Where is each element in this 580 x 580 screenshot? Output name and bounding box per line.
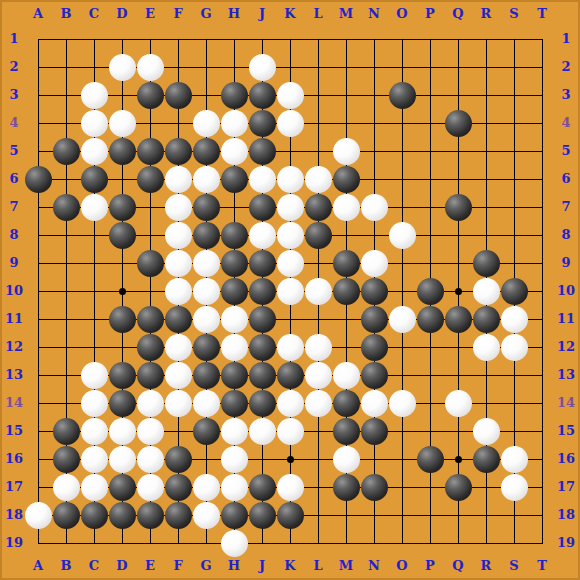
stone-black[interactable]	[305, 222, 332, 249]
stone-white[interactable]	[25, 502, 52, 529]
board-intersection[interactable]	[108, 445, 136, 473]
board-intersection[interactable]	[192, 109, 220, 137]
board-intersection[interactable]	[248, 389, 276, 417]
board-intersection[interactable]	[108, 501, 136, 529]
board-intersection[interactable]	[192, 333, 220, 361]
board-intersection[interactable]	[388, 277, 416, 305]
stone-black[interactable]	[389, 82, 416, 109]
board-intersection[interactable]	[472, 53, 500, 81]
board-intersection[interactable]	[80, 361, 108, 389]
board-intersection[interactable]	[500, 165, 528, 193]
board-intersection[interactable]	[192, 221, 220, 249]
stone-black[interactable]	[221, 502, 248, 529]
board-intersection[interactable]	[304, 193, 332, 221]
stone-white[interactable]	[109, 418, 136, 445]
board-intersection[interactable]	[136, 53, 164, 81]
board-intersection[interactable]	[248, 529, 276, 557]
board-intersection[interactable]	[388, 165, 416, 193]
board-intersection[interactable]	[52, 109, 80, 137]
board-intersection[interactable]	[360, 165, 388, 193]
stone-white[interactable]	[361, 390, 388, 417]
stone-white[interactable]	[249, 54, 276, 81]
board-intersection[interactable]	[248, 249, 276, 277]
board-intersection[interactable]	[360, 417, 388, 445]
stone-black[interactable]	[109, 502, 136, 529]
board-intersection[interactable]	[52, 277, 80, 305]
board-intersection[interactable]	[528, 165, 556, 193]
board-intersection[interactable]	[220, 53, 248, 81]
stone-black[interactable]	[473, 250, 500, 277]
stone-white[interactable]	[221, 138, 248, 165]
board-intersection[interactable]	[416, 361, 444, 389]
board-intersection[interactable]	[80, 109, 108, 137]
stone-white[interactable]	[165, 222, 192, 249]
stone-black[interactable]	[333, 250, 360, 277]
board-intersection[interactable]	[80, 221, 108, 249]
stone-black[interactable]	[249, 138, 276, 165]
stone-black[interactable]	[333, 278, 360, 305]
board-intersection[interactable]	[220, 501, 248, 529]
stone-white[interactable]	[277, 334, 304, 361]
board-intersection[interactable]	[388, 137, 416, 165]
board-intersection[interactable]	[248, 417, 276, 445]
board-intersection[interactable]	[52, 529, 80, 557]
stone-black[interactable]	[249, 502, 276, 529]
board-intersection[interactable]	[108, 417, 136, 445]
board-intersection[interactable]	[108, 109, 136, 137]
board-intersection[interactable]	[164, 417, 192, 445]
board-intersection[interactable]	[416, 417, 444, 445]
stone-black[interactable]	[53, 194, 80, 221]
board-intersection[interactable]	[500, 81, 528, 109]
board-intersection[interactable]	[304, 333, 332, 361]
board-intersection[interactable]	[304, 445, 332, 473]
stone-black[interactable]	[445, 194, 472, 221]
stone-black[interactable]	[137, 166, 164, 193]
board-intersection[interactable]	[248, 473, 276, 501]
board-intersection[interactable]	[416, 25, 444, 53]
stone-white[interactable]	[165, 362, 192, 389]
board-intersection[interactable]	[276, 417, 304, 445]
stone-white[interactable]	[165, 390, 192, 417]
board-intersection[interactable]	[52, 193, 80, 221]
board-intersection[interactable]	[444, 473, 472, 501]
board-intersection[interactable]	[24, 165, 52, 193]
board-intersection[interactable]	[164, 305, 192, 333]
board-intersection[interactable]	[472, 473, 500, 501]
board-intersection[interactable]	[164, 473, 192, 501]
stone-white[interactable]	[473, 278, 500, 305]
board-intersection[interactable]	[444, 81, 472, 109]
board-intersection[interactable]	[472, 389, 500, 417]
board-intersection[interactable]	[444, 109, 472, 137]
board-intersection[interactable]	[108, 389, 136, 417]
board-intersection[interactable]	[80, 193, 108, 221]
board-intersection[interactable]	[220, 389, 248, 417]
board-intersection[interactable]	[192, 193, 220, 221]
board-intersection[interactable]	[248, 193, 276, 221]
board-intersection[interactable]	[416, 389, 444, 417]
stone-black[interactable]	[473, 306, 500, 333]
stone-white[interactable]	[221, 446, 248, 473]
board-intersection[interactable]	[276, 109, 304, 137]
board-intersection[interactable]	[108, 193, 136, 221]
board-intersection[interactable]	[416, 529, 444, 557]
stone-white[interactable]	[277, 110, 304, 137]
board-intersection[interactable]	[136, 109, 164, 137]
board-intersection[interactable]	[108, 165, 136, 193]
stone-black[interactable]	[193, 222, 220, 249]
board-intersection[interactable]	[472, 305, 500, 333]
board-intersection[interactable]	[304, 501, 332, 529]
board-intersection[interactable]	[528, 137, 556, 165]
board-intersection[interactable]	[192, 81, 220, 109]
board-intersection[interactable]	[360, 501, 388, 529]
board-intersection[interactable]	[276, 193, 304, 221]
board-intersection[interactable]	[192, 501, 220, 529]
board-intersection[interactable]	[52, 361, 80, 389]
board-intersection[interactable]	[164, 193, 192, 221]
board-intersection[interactable]	[136, 389, 164, 417]
board-intersection[interactable]	[136, 445, 164, 473]
board-intersection[interactable]	[164, 501, 192, 529]
board-intersection[interactable]	[52, 445, 80, 473]
stone-white[interactable]	[333, 194, 360, 221]
stone-black[interactable]	[137, 334, 164, 361]
board-intersection[interactable]	[500, 193, 528, 221]
stone-white[interactable]	[249, 166, 276, 193]
board-intersection[interactable]	[360, 473, 388, 501]
stone-black[interactable]	[221, 222, 248, 249]
board-intersection[interactable]	[248, 81, 276, 109]
board-intersection[interactable]	[472, 109, 500, 137]
stone-black[interactable]	[333, 474, 360, 501]
stone-black[interactable]	[165, 474, 192, 501]
board-intersection[interactable]	[332, 473, 360, 501]
board-intersection[interactable]	[500, 445, 528, 473]
board-intersection[interactable]	[444, 333, 472, 361]
board-intersection[interactable]	[472, 361, 500, 389]
board-intersection[interactable]	[500, 137, 528, 165]
board-intersection[interactable]	[528, 333, 556, 361]
board-intersection[interactable]	[332, 529, 360, 557]
board-intersection[interactable]	[388, 501, 416, 529]
stone-white[interactable]	[249, 222, 276, 249]
board-intersection[interactable]	[220, 277, 248, 305]
stone-black[interactable]	[193, 334, 220, 361]
board-intersection[interactable]	[360, 221, 388, 249]
board-intersection[interactable]	[24, 81, 52, 109]
stone-white[interactable]	[81, 82, 108, 109]
stone-black[interactable]	[109, 474, 136, 501]
board-intersection[interactable]	[528, 445, 556, 473]
board-intersection[interactable]	[444, 445, 472, 473]
stone-black[interactable]	[109, 362, 136, 389]
board-intersection[interactable]	[192, 417, 220, 445]
board-intersection[interactable]	[24, 249, 52, 277]
board-intersection[interactable]	[332, 25, 360, 53]
board-intersection[interactable]	[192, 305, 220, 333]
board-intersection[interactable]	[500, 501, 528, 529]
board-intersection[interactable]	[108, 305, 136, 333]
board-intersection[interactable]	[528, 417, 556, 445]
board-intersection[interactable]	[528, 81, 556, 109]
board-intersection[interactable]	[500, 529, 528, 557]
stone-black[interactable]	[333, 390, 360, 417]
board-intersection[interactable]	[304, 389, 332, 417]
board-intersection[interactable]	[248, 361, 276, 389]
board-intersection[interactable]	[332, 53, 360, 81]
board-intersection[interactable]	[276, 53, 304, 81]
board-intersection[interactable]	[416, 277, 444, 305]
stone-black[interactable]	[221, 166, 248, 193]
stone-black[interactable]	[137, 502, 164, 529]
board-intersection[interactable]	[416, 165, 444, 193]
stone-white[interactable]	[81, 138, 108, 165]
board-intersection[interactable]	[52, 249, 80, 277]
board-intersection[interactable]	[192, 53, 220, 81]
board-intersection[interactable]	[304, 81, 332, 109]
stone-white[interactable]	[305, 362, 332, 389]
stone-black[interactable]	[193, 194, 220, 221]
board-intersection[interactable]	[360, 305, 388, 333]
stone-white[interactable]	[193, 502, 220, 529]
board-intersection[interactable]	[192, 473, 220, 501]
board-intersection[interactable]	[528, 501, 556, 529]
board-intersection[interactable]	[220, 529, 248, 557]
board-intersection[interactable]	[528, 305, 556, 333]
board-intersection[interactable]	[24, 53, 52, 81]
stone-black[interactable]	[53, 138, 80, 165]
stone-black[interactable]	[221, 82, 248, 109]
board-intersection[interactable]	[360, 277, 388, 305]
board-intersection[interactable]	[472, 417, 500, 445]
stone-white[interactable]	[501, 306, 528, 333]
stone-black[interactable]	[165, 446, 192, 473]
stone-black[interactable]	[417, 306, 444, 333]
board-intersection[interactable]	[164, 221, 192, 249]
board-intersection[interactable]	[276, 305, 304, 333]
stone-black[interactable]	[53, 446, 80, 473]
board-intersection[interactable]	[472, 501, 500, 529]
board-intersection[interactable]	[416, 249, 444, 277]
stone-white[interactable]	[501, 474, 528, 501]
board-intersection[interactable]	[472, 165, 500, 193]
board-intersection[interactable]	[360, 53, 388, 81]
board-intersection[interactable]	[304, 109, 332, 137]
board-intersection[interactable]	[332, 501, 360, 529]
board-intersection[interactable]	[360, 529, 388, 557]
board-intersection[interactable]	[24, 473, 52, 501]
board-intersection[interactable]	[24, 193, 52, 221]
board-intersection[interactable]	[444, 193, 472, 221]
stone-white[interactable]	[221, 306, 248, 333]
stone-black[interactable]	[249, 334, 276, 361]
board-intersection[interactable]	[24, 445, 52, 473]
stone-white[interactable]	[81, 446, 108, 473]
stone-black[interactable]	[333, 166, 360, 193]
stone-white[interactable]	[193, 306, 220, 333]
stone-black[interactable]	[417, 446, 444, 473]
board-intersection[interactable]	[360, 333, 388, 361]
stone-white[interactable]	[277, 194, 304, 221]
board-intersection[interactable]	[80, 249, 108, 277]
board-intersection[interactable]	[192, 137, 220, 165]
board-intersection[interactable]	[24, 529, 52, 557]
board-intersection[interactable]	[80, 53, 108, 81]
board-intersection[interactable]	[332, 249, 360, 277]
board-intersection[interactable]	[248, 165, 276, 193]
board-intersection[interactable]	[24, 109, 52, 137]
board-intersection[interactable]	[248, 277, 276, 305]
board-intersection[interactable]	[52, 221, 80, 249]
stone-white[interactable]	[221, 110, 248, 137]
board-intersection[interactable]	[388, 445, 416, 473]
board-intersection[interactable]	[444, 529, 472, 557]
board-intersection[interactable]	[500, 53, 528, 81]
stone-white[interactable]	[193, 110, 220, 137]
stone-white[interactable]	[305, 278, 332, 305]
board-intersection[interactable]	[276, 221, 304, 249]
board-intersection[interactable]	[220, 25, 248, 53]
board-intersection[interactable]	[192, 277, 220, 305]
stone-black[interactable]	[165, 82, 192, 109]
board-intersection[interactable]	[388, 333, 416, 361]
board-intersection[interactable]	[276, 529, 304, 557]
stone-black[interactable]	[361, 278, 388, 305]
stone-black[interactable]	[417, 278, 444, 305]
board-intersection[interactable]	[80, 445, 108, 473]
stone-black[interactable]	[109, 306, 136, 333]
board-intersection[interactable]	[136, 361, 164, 389]
board-intersection[interactable]	[332, 333, 360, 361]
board-intersection[interactable]	[416, 53, 444, 81]
board-intersection[interactable]	[52, 333, 80, 361]
board-intersection[interactable]	[276, 277, 304, 305]
board-intersection[interactable]	[528, 361, 556, 389]
board-intersection[interactable]	[416, 221, 444, 249]
board-intersection[interactable]	[192, 25, 220, 53]
board-intersection[interactable]	[52, 25, 80, 53]
stone-white[interactable]	[361, 194, 388, 221]
board-intersection[interactable]	[220, 305, 248, 333]
board-intersection[interactable]	[444, 25, 472, 53]
board-intersection[interactable]	[472, 193, 500, 221]
board-intersection[interactable]	[472, 529, 500, 557]
board-intersection[interactable]	[276, 501, 304, 529]
board-intersection[interactable]	[304, 53, 332, 81]
stone-white[interactable]	[137, 390, 164, 417]
board-intersection[interactable]	[388, 25, 416, 53]
board-intersection[interactable]	[304, 305, 332, 333]
board-intersection[interactable]	[108, 137, 136, 165]
stone-white[interactable]	[221, 474, 248, 501]
stone-white[interactable]	[221, 530, 248, 557]
board-intersection[interactable]	[472, 81, 500, 109]
stone-black[interactable]	[501, 278, 528, 305]
board-intersection[interactable]	[500, 25, 528, 53]
stone-white[interactable]	[81, 362, 108, 389]
board-intersection[interactable]	[276, 25, 304, 53]
board-intersection[interactable]	[304, 137, 332, 165]
board-intersection[interactable]	[52, 81, 80, 109]
board-intersection[interactable]	[220, 445, 248, 473]
stone-black[interactable]	[165, 306, 192, 333]
stone-black[interactable]	[277, 502, 304, 529]
board-intersection[interactable]	[248, 53, 276, 81]
board-intersection[interactable]	[24, 361, 52, 389]
board-intersection[interactable]	[164, 333, 192, 361]
board-intersection[interactable]	[80, 305, 108, 333]
stone-white[interactable]	[501, 446, 528, 473]
board-intersection[interactable]	[276, 473, 304, 501]
board-intersection[interactable]	[248, 109, 276, 137]
board-intersection[interactable]	[388, 81, 416, 109]
board-intersection[interactable]	[304, 473, 332, 501]
stone-black[interactable]	[473, 446, 500, 473]
stone-black[interactable]	[193, 138, 220, 165]
stone-white[interactable]	[305, 390, 332, 417]
stone-white[interactable]	[333, 362, 360, 389]
board-intersection[interactable]	[500, 277, 528, 305]
stone-black[interactable]	[445, 110, 472, 137]
board-intersection[interactable]	[192, 389, 220, 417]
board-intersection[interactable]	[304, 277, 332, 305]
stone-white[interactable]	[277, 474, 304, 501]
board-intersection[interactable]	[80, 389, 108, 417]
board-intersection[interactable]	[304, 529, 332, 557]
board-intersection[interactable]	[528, 53, 556, 81]
board-intersection[interactable]	[276, 81, 304, 109]
board-intersection[interactable]	[360, 445, 388, 473]
board-intersection[interactable]	[136, 501, 164, 529]
board-intersection[interactable]	[304, 361, 332, 389]
board-intersection[interactable]	[360, 109, 388, 137]
stone-white[interactable]	[389, 306, 416, 333]
stone-white[interactable]	[389, 222, 416, 249]
board-intersection[interactable]	[108, 473, 136, 501]
board-intersection[interactable]	[24, 221, 52, 249]
board-intersection[interactable]	[80, 417, 108, 445]
board-intersection[interactable]	[276, 137, 304, 165]
board-intersection[interactable]	[444, 249, 472, 277]
board-intersection[interactable]	[332, 389, 360, 417]
board-intersection[interactable]	[528, 529, 556, 557]
stone-white[interactable]	[193, 250, 220, 277]
stone-black[interactable]	[361, 334, 388, 361]
board-intersection[interactable]	[136, 221, 164, 249]
stone-white[interactable]	[277, 250, 304, 277]
board-intersection[interactable]	[80, 137, 108, 165]
board-intersection[interactable]	[24, 305, 52, 333]
stone-black[interactable]	[445, 306, 472, 333]
stone-black[interactable]	[249, 82, 276, 109]
board-intersection[interactable]	[52, 473, 80, 501]
board-intersection[interactable]	[80, 25, 108, 53]
stone-white[interactable]	[277, 166, 304, 193]
board-intersection[interactable]	[220, 81, 248, 109]
stone-white[interactable]	[165, 250, 192, 277]
board-intersection[interactable]	[164, 249, 192, 277]
board-intersection[interactable]	[444, 417, 472, 445]
stone-white[interactable]	[109, 110, 136, 137]
board-intersection[interactable]	[528, 193, 556, 221]
board-intersection[interactable]	[444, 137, 472, 165]
board-intersection[interactable]	[500, 333, 528, 361]
board-intersection[interactable]	[248, 221, 276, 249]
board-intersection[interactable]	[108, 277, 136, 305]
board-intersection[interactable]	[220, 165, 248, 193]
